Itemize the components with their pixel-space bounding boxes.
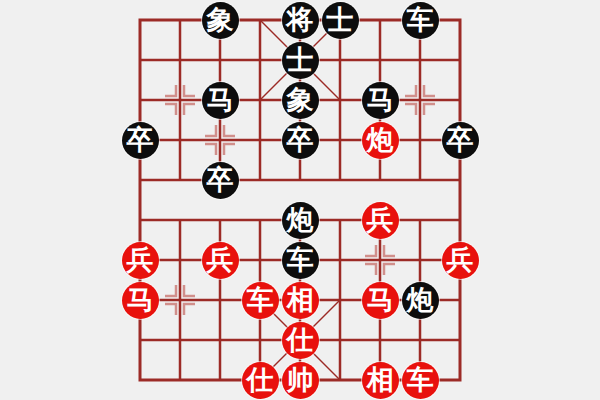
piece-red-horse[interactable]: 马 (362, 282, 399, 319)
piece-red-soldier[interactable]: 兵 (442, 242, 479, 279)
piece-black-cannon[interactable]: 炮 (402, 282, 439, 319)
xiangqi-board: 象将士车士马象马卒卒炮卒卒炮兵兵兵车兵马车相马炮仕仕帅相车 (0, 0, 600, 400)
piece-red-soldier[interactable]: 兵 (202, 242, 239, 279)
piece-black-elephant[interactable]: 象 (202, 2, 239, 39)
piece-black-advisor[interactable]: 士 (282, 42, 319, 79)
piece-black-advisor[interactable]: 士 (322, 2, 359, 39)
piece-red-elephant[interactable]: 相 (282, 282, 319, 319)
piece-black-chariot[interactable]: 车 (402, 2, 439, 39)
piece-red-soldier[interactable]: 兵 (122, 242, 159, 279)
piece-black-soldier[interactable]: 卒 (122, 122, 159, 159)
piece-red-cannon[interactable]: 炮 (362, 122, 399, 159)
piece-black-cannon[interactable]: 炮 (282, 202, 319, 239)
piece-black-soldier[interactable]: 卒 (282, 122, 319, 159)
piece-red-chariot[interactable]: 车 (242, 282, 279, 319)
piece-red-soldier[interactable]: 兵 (362, 202, 399, 239)
piece-red-elephant[interactable]: 相 (362, 362, 399, 399)
piece-red-advisor[interactable]: 仕 (242, 362, 279, 399)
piece-black-soldier[interactable]: 卒 (202, 162, 239, 199)
piece-black-elephant[interactable]: 象 (282, 82, 319, 119)
piece-black-chariot[interactable]: 车 (282, 242, 319, 279)
piece-black-horse[interactable]: 马 (202, 82, 239, 119)
piece-black-horse[interactable]: 马 (362, 82, 399, 119)
pieces-layer: 象将士车士马象马卒卒炮卒卒炮兵兵兵车兵马车相马炮仕仕帅相车 (120, 0, 480, 400)
piece-black-soldier[interactable]: 卒 (442, 122, 479, 159)
piece-red-chariot[interactable]: 车 (402, 362, 439, 399)
piece-red-advisor[interactable]: 仕 (282, 322, 319, 359)
piece-red-horse[interactable]: 马 (122, 282, 159, 319)
piece-red-general[interactable]: 帅 (282, 362, 319, 399)
piece-black-general[interactable]: 将 (282, 2, 319, 39)
